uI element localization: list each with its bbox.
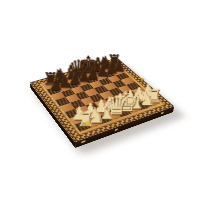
brass-latch [161,111,164,114]
brass-latch [82,140,85,143]
chess-set-photo: ABCDEFGH 87654321 ♜♞♝♛♚♝♞♜♟♟♟♟♟♟♟♟♟♟♟♟♟♟… [0,0,200,200]
square-e3 [104,96,119,105]
chess-board: ABCDEFGH 87654321 ♜♞♝♛♚♝♞♜♟♟♟♟♟♟♟♟♟♟♟♟♟♟… [30,58,174,142]
brass-latch [115,128,118,131]
board-3d-wrapper: ABCDEFGH 87654321 ♜♞♝♛♚♝♞♜♟♟♟♟♟♟♟♟♟♟♟♟♟♟… [30,58,174,142]
